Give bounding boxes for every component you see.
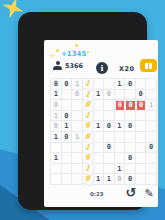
reward-button[interactable]: [140, 59, 157, 72]
grid-cell-r4c9[interactable]: [136, 111, 147, 122]
grid-cell-r10c6[interactable]: 1: [104, 174, 115, 185]
grid-cell-r1c7[interactable]: 1: [115, 79, 126, 90]
grid-cell-r7c6[interactable]: 0: [104, 143, 115, 154]
grid-cell-r6c8[interactable]: [125, 132, 136, 143]
grid-cell-r7c8[interactable]: [125, 143, 136, 154]
grid-cell-r6c9[interactable]: [136, 132, 147, 143]
timer-label: 0:23: [90, 191, 104, 197]
grid-cell-r9c9[interactable]: [136, 164, 147, 175]
grid-cell-r4c1[interactable]: 1: [51, 111, 62, 122]
grid-cell-r9c1[interactable]: [51, 164, 62, 175]
grid-cell-r1c9[interactable]: [136, 79, 147, 90]
grid-cell-r5c1[interactable]: 0: [51, 121, 62, 132]
grid-cell-r2c2[interactable]: [62, 90, 73, 101]
grid-cell-r9c5[interactable]: [93, 164, 104, 175]
grid-cell-r3c5[interactable]: [93, 100, 104, 111]
grid-cell-r2c1[interactable]: 1: [51, 90, 62, 101]
grid-cell-r3c9[interactable]: 0: [136, 100, 147, 111]
grid-cell-r5c9[interactable]: [136, 121, 147, 132]
sparkle-dot-icon: [75, 44, 78, 47]
grid-cell-r7c1[interactable]: [51, 143, 62, 154]
grid-cell-r8c7[interactable]: [115, 153, 126, 164]
tablet-frame: ✦ +1345 5366 i X20 001110101100000001101…: [18, 12, 147, 210]
grid-cell-r5c5[interactable]: 1: [93, 121, 104, 132]
grid-cell-r7c9[interactable]: [136, 143, 147, 154]
multiplier-label: X20: [119, 65, 135, 73]
sparkle-dot-icon: [87, 51, 89, 53]
grid-cell-r10c9[interactable]: [136, 174, 147, 185]
undo-button[interactable]: ↺: [123, 185, 139, 201]
grid-cell-r5c6[interactable]: 0: [104, 121, 115, 132]
scene: ✦ +1345 5366 i X20 001110101100000001101…: [0, 0, 165, 220]
pencil-button[interactable]: ✎: [142, 187, 156, 201]
grid-cell-r8c9[interactable]: [136, 153, 147, 164]
grid-cell-r8c2[interactable]: [62, 153, 73, 164]
game-screen: ✦ +1345 5366 i X20 001110101100000001101…: [44, 40, 158, 207]
grid-cell-r9c7[interactable]: 1: [115, 164, 126, 175]
sparkle-icon: ✦: [50, 53, 55, 59]
grid-cell-r9c8[interactable]: [125, 164, 136, 175]
grid-cell-r4c2[interactable]: 0: [62, 111, 73, 122]
grid-cell-r7c5[interactable]: [93, 143, 104, 154]
grid-cell-r6c2[interactable]: 0: [62, 132, 73, 143]
grid-cell-r10c2[interactable]: [62, 174, 73, 185]
grid-cell-r7c7[interactable]: [115, 143, 126, 154]
grid-cell-r10c8[interactable]: 0: [125, 174, 136, 185]
grid-cell-r3c6[interactable]: [104, 100, 115, 111]
grid-cell-r8c6[interactable]: [104, 153, 115, 164]
grid-cell-r5c2[interactable]: 1: [62, 121, 73, 132]
player-score: 5366: [65, 62, 83, 70]
grid-cell-r10c7[interactable]: 0: [115, 174, 126, 185]
grid-cell-r6c5[interactable]: [93, 132, 104, 143]
grid-cell-r1c8[interactable]: 0: [125, 79, 136, 90]
grid-cell-r10c3[interactable]: [72, 174, 83, 185]
grid-cell-r5c8[interactable]: 0: [125, 121, 136, 132]
grid-cell-r4c5[interactable]: [93, 111, 104, 122]
grid-cell-r8c8[interactable]: 0: [125, 153, 136, 164]
grid-cell-r6c10[interactable]: [146, 132, 157, 143]
grid-cell-r1c5[interactable]: [93, 79, 104, 90]
grid-cell-r3c8[interactable]: 0: [125, 100, 136, 111]
grid-cell-r5c7[interactable]: 1: [115, 121, 126, 132]
grid-cell-r6c7[interactable]: [115, 132, 126, 143]
grid-cell-r5c10[interactable]: [146, 121, 157, 132]
grid-cell-r2c8[interactable]: [125, 90, 136, 101]
grid-cell-r2c5[interactable]: 1: [93, 90, 104, 101]
grid-cell-r3c1[interactable]: 0: [51, 100, 62, 111]
info-button[interactable]: i: [96, 62, 108, 74]
grid-cell-r2c7[interactable]: [115, 90, 126, 101]
grid-cell-r2c6[interactable]: 0: [104, 90, 115, 101]
grid-cell-r3c7[interactable]: 0: [115, 100, 126, 111]
grid-cell-r1c10[interactable]: [146, 79, 157, 90]
grid-cell-r8c10[interactable]: [146, 153, 157, 164]
grid-cell-r6c6[interactable]: [104, 132, 115, 143]
grid-cell-r10c1[interactable]: [51, 174, 62, 185]
puzzle-grid: 0011101011000000011010101010101010010011…: [50, 78, 157, 185]
grid-cell-r5c3[interactable]: [72, 121, 83, 132]
grid-cell-r4c10[interactable]: [146, 111, 157, 122]
grid-cell-r6c1[interactable]: 1: [51, 132, 62, 143]
player-icon: [53, 61, 62, 70]
grid-cell-r4c6[interactable]: [104, 111, 115, 122]
gift-icon: [145, 63, 152, 69]
grid-cell-r3c10[interactable]: 1: [146, 100, 157, 111]
grid-cell-r1c1[interactable]: 0: [51, 79, 62, 90]
grid-cell-r8c5[interactable]: [93, 153, 104, 164]
grid-cell-r1c6[interactable]: [104, 79, 115, 90]
grid-cell-r10c10[interactable]: [146, 174, 157, 185]
sparkle-dot-icon: [56, 49, 59, 52]
grid-cell-r4c8[interactable]: [125, 111, 136, 122]
grid-cell-r7c10[interactable]: 0: [146, 143, 157, 154]
score-gain-text: +1345: [61, 50, 86, 58]
grid-cell-r9c2[interactable]: [62, 164, 73, 175]
grid-cell-r9c6[interactable]: [104, 164, 115, 175]
grid-cell-r8c1[interactable]: 1: [51, 153, 62, 164]
grid-cell-r2c10[interactable]: [146, 90, 157, 101]
grid-cell-r4c7[interactable]: [115, 111, 126, 122]
grid-cell-r2c9[interactable]: 0: [136, 90, 147, 101]
grid-cell-r1c2[interactable]: 0: [62, 79, 73, 90]
grid-cell-r7c2[interactable]: [62, 143, 73, 154]
undo-icon: ↺: [126, 185, 137, 200]
pencil-icon: ✎: [144, 187, 153, 200]
grid-cell-r9c10[interactable]: [146, 164, 157, 175]
grid-cell-r3c2[interactable]: [62, 100, 73, 111]
grid-cell-r10c5[interactable]: 1: [93, 174, 104, 185]
